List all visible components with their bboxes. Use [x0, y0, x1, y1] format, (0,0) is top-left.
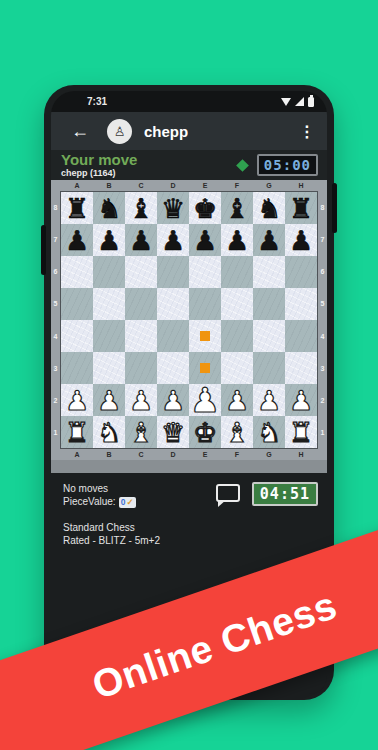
- piece-black-bishop: ♝: [129, 195, 153, 222]
- square-a7[interactable]: ♟: [61, 224, 93, 256]
- square-d7[interactable]: ♟: [157, 224, 189, 256]
- square-h3[interactable]: [285, 352, 317, 384]
- file-label: A: [61, 449, 93, 460]
- square-c2[interactable]: ♟: [125, 384, 157, 416]
- file-label: F: [221, 449, 253, 460]
- piece-black-queen: ♛: [161, 195, 185, 222]
- rank-label: 5: [51, 288, 60, 320]
- game-type-label: Standard Chess: [63, 521, 318, 534]
- file-label: H: [285, 180, 317, 191]
- square-g4[interactable]: [253, 320, 285, 352]
- square-a2[interactable]: ♟: [61, 384, 93, 416]
- app-title: chepp: [144, 123, 188, 140]
- square-f1[interactable]: ♝: [221, 416, 253, 448]
- square-a8[interactable]: ♜: [61, 192, 93, 224]
- rank-label: 3: [318, 352, 327, 384]
- rated-line: Rated - BLITZ - 5m+2: [63, 534, 318, 547]
- square-d1[interactable]: ♛: [157, 416, 189, 448]
- file-label: E: [189, 180, 221, 191]
- square-b7[interactable]: ♟: [93, 224, 125, 256]
- square-c3[interactable]: [125, 352, 157, 384]
- rank-label: 1: [318, 417, 327, 449]
- file-label: A: [61, 180, 93, 191]
- move-hint-marker[interactable]: [200, 331, 210, 341]
- rank-labels-left: 87654321: [51, 191, 60, 449]
- piece-value-label: PieceValue:: [63, 496, 116, 507]
- file-label: D: [157, 180, 189, 191]
- piece-black-pawn: ♟: [193, 227, 217, 254]
- square-b8[interactable]: ♞: [93, 192, 125, 224]
- piece-white-rook: ♜: [65, 419, 89, 446]
- square-e4[interactable]: [189, 320, 221, 352]
- square-h1[interactable]: ♜: [285, 416, 317, 448]
- square-c5[interactable]: [125, 288, 157, 320]
- back-button[interactable]: ←: [71, 121, 89, 142]
- square-f8[interactable]: ♝: [221, 192, 253, 224]
- game-header: Your move chepp (1164) 05:00: [51, 150, 327, 180]
- square-c8[interactable]: ♝: [125, 192, 157, 224]
- piece-white-knight: ♞: [97, 419, 121, 446]
- piece-white-knight: ♞: [257, 419, 281, 446]
- square-b4[interactable]: [93, 320, 125, 352]
- square-b3[interactable]: [93, 352, 125, 384]
- piece-white-rook: ♜: [289, 419, 313, 446]
- square-d2[interactable]: ♟: [157, 384, 189, 416]
- piece-black-pawn: ♟: [225, 227, 249, 254]
- rank-label: 5: [318, 288, 327, 320]
- square-d4[interactable]: [157, 320, 189, 352]
- player-clock: 04:51: [252, 482, 318, 506]
- file-label: E: [189, 449, 221, 460]
- square-b6[interactable]: [93, 256, 125, 288]
- piece-black-pawn: ♟: [65, 227, 89, 254]
- square-f4[interactable]: [221, 320, 253, 352]
- file-label: C: [125, 180, 157, 191]
- chat-icon[interactable]: [216, 484, 240, 502]
- square-f3[interactable]: [221, 352, 253, 384]
- pawn-avatar-icon: ♙: [114, 124, 126, 139]
- piece-white-pawn: ♟: [65, 387, 89, 414]
- square-e5[interactable]: [189, 288, 221, 320]
- battery-icon: [308, 97, 314, 107]
- file-label: G: [253, 449, 285, 460]
- square-c1[interactable]: ♝: [125, 416, 157, 448]
- piece-black-pawn: ♟: [97, 227, 121, 254]
- square-d5[interactable]: [157, 288, 189, 320]
- square-e8[interactable]: ♚: [189, 192, 221, 224]
- piece-black-pawn: ♟: [257, 227, 281, 254]
- square-a4[interactable]: [61, 320, 93, 352]
- rank-label: 6: [318, 256, 327, 288]
- wifi-icon: [281, 98, 291, 106]
- piece-black-rook: ♜: [65, 195, 89, 222]
- file-label: C: [125, 449, 157, 460]
- volume-button: [41, 225, 46, 275]
- square-h8[interactable]: ♜: [285, 192, 317, 224]
- status-time: 7:31: [87, 96, 107, 107]
- overflow-menu-button[interactable]: ⋮: [299, 122, 315, 141]
- square-a6[interactable]: [61, 256, 93, 288]
- chat-tail: [218, 500, 226, 507]
- piece-black-king: ♚: [193, 195, 217, 222]
- rank-label: 2: [51, 385, 60, 417]
- square-f6[interactable]: [221, 256, 253, 288]
- square-b2[interactable]: ♟: [93, 384, 125, 416]
- square-c4[interactable]: [125, 320, 157, 352]
- square-a1[interactable]: ♜: [61, 416, 93, 448]
- piece-white-pawn: ♟: [289, 387, 313, 414]
- rank-label: 4: [51, 320, 60, 352]
- square-b1[interactable]: ♞: [93, 416, 125, 448]
- rank-label: 2: [318, 385, 327, 417]
- piece-black-pawn: ♟: [161, 227, 185, 254]
- square-b5[interactable]: [93, 288, 125, 320]
- square-g3[interactable]: [253, 352, 285, 384]
- file-label: F: [221, 180, 253, 191]
- square-e7[interactable]: ♟: [189, 224, 221, 256]
- square-g8[interactable]: ♞: [253, 192, 285, 224]
- check-icon: ✓: [126, 497, 133, 508]
- rank-label: 6: [51, 256, 60, 288]
- square-f5[interactable]: [221, 288, 253, 320]
- square-h7[interactable]: ♟: [285, 224, 317, 256]
- square-a3[interactable]: [61, 352, 93, 384]
- rank-label: 8: [318, 191, 327, 223]
- file-label: H: [285, 449, 317, 460]
- piece-value: 0: [121, 497, 126, 508]
- square-d6[interactable]: [157, 256, 189, 288]
- square-f7[interactable]: ♟: [221, 224, 253, 256]
- piece-white-pawn: ♟: [161, 387, 185, 414]
- square-h4[interactable]: [285, 320, 317, 352]
- board-squares: ♜♞♝♛♚♝♞♜♟♟♟♟♟♟♟♟♟♟♟♟♟♟♟♟♜♞♝♛♚♝♞♜: [60, 191, 318, 449]
- piece-white-pawn: ♟: [225, 387, 249, 414]
- piece-white-bishop: ♝: [129, 419, 153, 446]
- square-a5[interactable]: [61, 288, 93, 320]
- square-h6[interactable]: [285, 256, 317, 288]
- piece-black-pawn: ♟: [129, 227, 153, 254]
- file-labels-top: ABCDEFGH: [51, 180, 327, 191]
- piece-white-pawn: ♟: [129, 387, 153, 414]
- square-e6[interactable]: [189, 256, 221, 288]
- square-d8[interactable]: ♛: [157, 192, 189, 224]
- square-f2[interactable]: ♟: [221, 384, 253, 416]
- piece-white-queen: ♛: [161, 419, 185, 446]
- piece-value-badge: 0✓: [119, 497, 136, 508]
- rank-labels-right: 87654321: [318, 191, 327, 449]
- piece-white-pawn: ♟: [257, 387, 281, 414]
- square-e2[interactable]: ♟: [189, 384, 221, 416]
- rank-label: 7: [318, 223, 327, 255]
- moves-label: No moves: [63, 482, 136, 495]
- rank-label: 4: [318, 320, 327, 352]
- piece-black-knight: ♞: [257, 195, 281, 222]
- chess-board: ABCDEFGH 87654321 ♜♞♝♛♚♝♞♜♟♟♟♟♟♟♟♟♟♟♟♟♟♟…: [51, 180, 327, 473]
- rank-label: 3: [51, 352, 60, 384]
- connection-diamond-icon: [236, 159, 249, 172]
- square-g1[interactable]: ♞: [253, 416, 285, 448]
- square-h5[interactable]: [285, 288, 317, 320]
- square-g7[interactable]: ♟: [253, 224, 285, 256]
- piece-white-pawn: ♟: [97, 387, 121, 414]
- file-label: D: [157, 449, 189, 460]
- piece-white-king: ♚: [193, 419, 217, 446]
- file-label: B: [93, 180, 125, 191]
- board-bottom-margin: [51, 460, 327, 473]
- file-label: B: [93, 449, 125, 460]
- opponent-clock: 05:00: [257, 154, 318, 176]
- signal-icon: [295, 97, 304, 106]
- rank-label: 7: [51, 223, 60, 255]
- piece-white-pawn: ♟: [190, 383, 220, 417]
- square-e1[interactable]: ♚: [189, 416, 221, 448]
- piece-black-knight: ♞: [97, 195, 121, 222]
- piece-white-bishop: ♝: [225, 419, 249, 446]
- player-avatar[interactable]: ♙: [107, 119, 132, 144]
- turn-indicator: Your move: [61, 152, 137, 167]
- square-h2[interactable]: ♟: [285, 384, 317, 416]
- square-d3[interactable]: [157, 352, 189, 384]
- piece-black-bishop: ♝: [225, 195, 249, 222]
- power-button: [332, 183, 337, 233]
- opponent-name: chepp (1164): [61, 169, 137, 178]
- square-g2[interactable]: ♟: [253, 384, 285, 416]
- square-c7[interactable]: ♟: [125, 224, 157, 256]
- square-g5[interactable]: [253, 288, 285, 320]
- file-labels-bottom: ABCDEFGH: [51, 449, 327, 460]
- square-g6[interactable]: [253, 256, 285, 288]
- file-label: G: [253, 180, 285, 191]
- rank-label: 1: [51, 417, 60, 449]
- status-bar: 7:31: [51, 91, 327, 112]
- square-c6[interactable]: [125, 256, 157, 288]
- piece-black-pawn: ♟: [289, 227, 313, 254]
- app-bar: ← ♙ chepp ⋮: [51, 112, 327, 150]
- move-hint-marker[interactable]: [200, 363, 210, 373]
- rank-label: 8: [51, 191, 60, 223]
- piece-black-rook: ♜: [289, 195, 313, 222]
